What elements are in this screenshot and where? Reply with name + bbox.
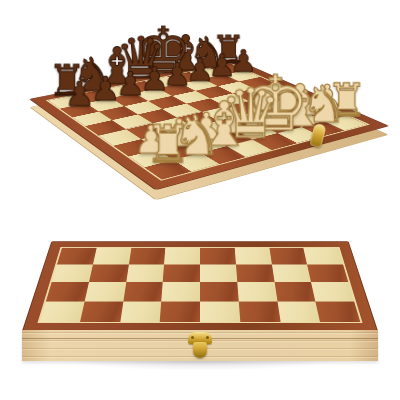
lid-square bbox=[311, 282, 354, 301]
open-chess-board: ♜♞♝♛♚♝♞♜♟♟♟♟♟♟♟♟♟♟♟♟♟♟♟♟♜♞♝♛♚♝♞♜ bbox=[29, 59, 389, 191]
piece-black-rook: ♜ bbox=[211, 31, 245, 69]
lid-square bbox=[163, 264, 200, 282]
lid-square bbox=[120, 301, 162, 322]
lid-square bbox=[161, 282, 200, 301]
lid-square bbox=[89, 264, 129, 282]
product-photo: ♜♞♝♛♚♝♞♜♟♟♟♟♟♟♟♟♟♟♟♟♟♟♟♟♜♞♝♛♚♝♞♜ bbox=[0, 0, 400, 400]
closed-box-lid bbox=[22, 241, 378, 331]
lid-square bbox=[46, 282, 89, 301]
lid-square bbox=[84, 282, 125, 301]
lid-square bbox=[93, 248, 131, 265]
lid-square bbox=[129, 248, 166, 265]
lid-square bbox=[303, 248, 342, 265]
lid-square bbox=[236, 264, 274, 282]
open-board-view: ♜♞♝♛♚♝♞♜♟♟♟♟♟♟♟♟♟♟♟♟♟♟♟♟♜♞♝♛♚♝♞♜ bbox=[0, 0, 400, 225]
closed-box-front bbox=[22, 330, 378, 361]
clasp-screw bbox=[191, 336, 194, 339]
lid-square bbox=[57, 248, 96, 265]
clasp-hook bbox=[193, 342, 207, 358]
lid-square bbox=[307, 264, 348, 282]
piece-white-rook: ♜ bbox=[326, 78, 367, 123]
lid-square bbox=[200, 282, 239, 301]
closed-box-border-line bbox=[37, 247, 362, 323]
brass-clasp-icon bbox=[185, 332, 215, 359]
lid-square bbox=[80, 301, 123, 322]
lid-square bbox=[237, 282, 277, 301]
lid-square bbox=[164, 248, 200, 265]
lid-square bbox=[52, 264, 93, 282]
lid-square bbox=[200, 301, 240, 322]
lid-square bbox=[234, 248, 271, 265]
piece-black-king: ♚ bbox=[135, 19, 192, 83]
piece-black-pawn: ♟ bbox=[229, 46, 256, 76]
lid-square bbox=[269, 248, 307, 265]
lid-square bbox=[40, 301, 85, 322]
lid-square bbox=[277, 301, 320, 322]
lid-square bbox=[271, 264, 311, 282]
lid-square bbox=[126, 264, 164, 282]
lid-square bbox=[239, 301, 281, 322]
clasp-screw bbox=[206, 336, 209, 339]
lid-square bbox=[274, 282, 315, 301]
closed-box-view bbox=[0, 200, 400, 400]
lid-square bbox=[200, 264, 237, 282]
lid-square bbox=[316, 301, 361, 322]
lid-square bbox=[200, 248, 236, 265]
lid-square bbox=[160, 301, 200, 322]
piece-white-pawn: ♟ bbox=[312, 80, 343, 114]
closed-box-checker bbox=[40, 248, 361, 322]
lid-square bbox=[123, 282, 163, 301]
